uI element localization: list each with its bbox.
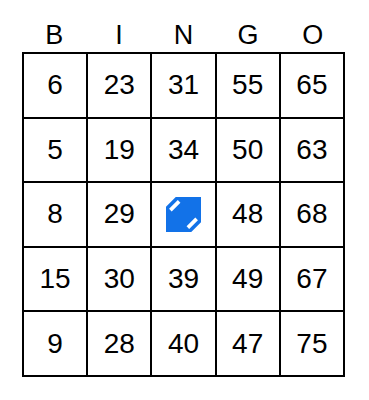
cell-r0c3[interactable]: 55	[216, 53, 280, 118]
free-space-cell[interactable]	[151, 182, 215, 247]
cell-r3c4[interactable]: 67	[280, 247, 344, 312]
header-letter-o: O	[302, 20, 323, 51]
cell-r1c2[interactable]: 34	[151, 118, 215, 183]
cell-r3c2[interactable]: 39	[151, 247, 215, 312]
header-letter-b: B	[45, 20, 63, 51]
cell-r3c3[interactable]: 49	[216, 247, 280, 312]
cell-r2c0[interactable]: 8	[23, 182, 87, 247]
z-logo-icon	[166, 197, 201, 232]
cell-r0c4[interactable]: 65	[280, 53, 344, 118]
cell-r4c3[interactable]: 47	[216, 311, 280, 376]
cell-r2c3[interactable]: 48	[216, 182, 280, 247]
cell-r1c3[interactable]: 50	[216, 118, 280, 183]
cell-r0c0[interactable]: 6	[23, 53, 87, 118]
cell-r0c1[interactable]: 23	[87, 53, 151, 118]
cell-r1c1[interactable]: 19	[87, 118, 151, 183]
cell-r3c0[interactable]: 15	[23, 247, 87, 312]
cell-r2c4[interactable]: 68	[280, 182, 344, 247]
cell-r4c4[interactable]: 75	[280, 311, 344, 376]
header-letter-i: I	[115, 20, 123, 51]
cell-r1c4[interactable]: 63	[280, 118, 344, 183]
cell-r4c2[interactable]: 40	[151, 311, 215, 376]
cell-r4c1[interactable]: 28	[87, 311, 151, 376]
cell-r3c1[interactable]: 30	[87, 247, 151, 312]
bingo-header: B I N G O	[22, 18, 345, 52]
cell-r4c0[interactable]: 9	[23, 311, 87, 376]
header-letter-n: N	[174, 20, 194, 51]
bingo-card-page: B I N G O 6 23 31 55 65 5 19 34 50 63 8 …	[0, 0, 369, 400]
bingo-grid: 6 23 31 55 65 5 19 34 50 63 8 29	[22, 52, 345, 377]
cell-r2c1[interactable]: 29	[87, 182, 151, 247]
cell-r1c0[interactable]: 5	[23, 118, 87, 183]
header-letter-g: G	[238, 20, 259, 51]
bingo-card: B I N G O 6 23 31 55 65 5 19 34 50 63 8 …	[22, 18, 345, 377]
cell-r0c2[interactable]: 31	[151, 53, 215, 118]
